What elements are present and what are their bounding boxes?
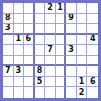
sudoku-cell-r8c1[interactable]: [3, 77, 14, 88]
cell-digit: 1: [16, 35, 22, 43]
sudoku-cell-r7c7[interactable]: [66, 66, 77, 77]
cell-digit: 3: [68, 46, 74, 54]
sudoku-cell-r1c8[interactable]: [77, 3, 88, 14]
sudoku-cell-r2c3[interactable]: [24, 14, 35, 25]
sudoku-cell-r5c7[interactable]: 3: [66, 45, 77, 56]
sudoku-cell-r7c9[interactable]: [87, 66, 98, 77]
sudoku-cell-r8c8[interactable]: 1: [77, 77, 88, 88]
sudoku-cell-r3c2[interactable]: [14, 24, 25, 35]
sudoku-board: 21893164737385162: [0, 0, 101, 101]
sudoku-cell-r3c1[interactable]: 3: [3, 24, 14, 35]
cell-digit: 2: [47, 4, 53, 12]
sudoku-cell-r6c1[interactable]: [3, 56, 14, 67]
sudoku-cell-r6c2[interactable]: [14, 56, 25, 67]
sudoku-cell-r8c3[interactable]: [24, 77, 35, 88]
sudoku-cell-r1c2[interactable]: [14, 3, 25, 14]
sudoku-cell-r1c4[interactable]: [35, 3, 46, 14]
sudoku-cell-r6c5[interactable]: [45, 56, 56, 67]
cell-digit: 9: [68, 14, 74, 22]
sudoku-cell-r9c8[interactable]: 2: [77, 87, 88, 98]
cell-digit: 5: [37, 78, 43, 86]
sudoku-cell-r4c4[interactable]: [35, 35, 46, 46]
sudoku-cell-r7c5[interactable]: [45, 66, 56, 77]
sudoku-cell-r8c6[interactable]: [56, 77, 67, 88]
sudoku-cell-r4c9[interactable]: 4: [87, 35, 98, 46]
sudoku-cell-r1c1[interactable]: [3, 3, 14, 14]
sudoku-cell-r2c9[interactable]: [87, 14, 98, 25]
sudoku-cell-r1c9[interactable]: [87, 3, 98, 14]
cell-digit: 6: [90, 78, 96, 86]
sudoku-cell-r7c3[interactable]: [24, 66, 35, 77]
cell-digit: 1: [57, 4, 63, 12]
sudoku-cell-r6c6[interactable]: [56, 56, 67, 67]
sudoku-cell-r8c9[interactable]: 6: [87, 77, 98, 88]
sudoku-cell-r4c6[interactable]: [56, 35, 67, 46]
sudoku-cell-r4c8[interactable]: [77, 35, 88, 46]
sudoku-cell-r2c1[interactable]: 8: [3, 14, 14, 25]
sudoku-cell-r5c8[interactable]: [77, 45, 88, 56]
cell-digit: 7: [47, 46, 53, 54]
sudoku-cell-r2c7[interactable]: 9: [66, 14, 77, 25]
sudoku-cell-r4c5[interactable]: [45, 35, 56, 46]
sudoku-cell-r8c4[interactable]: 5: [35, 77, 46, 88]
sudoku-cell-r8c5[interactable]: [45, 77, 56, 88]
cell-digit: 4: [90, 35, 96, 43]
sudoku-cell-r3c5[interactable]: [45, 24, 56, 35]
sudoku-cell-r5c5[interactable]: 7: [45, 45, 56, 56]
sudoku-cell-r1c7[interactable]: [66, 3, 77, 14]
sudoku-cell-r7c8[interactable]: [77, 66, 88, 77]
cell-digit: 3: [16, 67, 22, 75]
sudoku-cell-r5c6[interactable]: [56, 45, 67, 56]
sudoku-cell-r5c3[interactable]: [24, 45, 35, 56]
sudoku-cell-r9c4[interactable]: [35, 87, 46, 98]
sudoku-cell-r9c6[interactable]: [56, 87, 67, 98]
sudoku-cell-r1c6[interactable]: 1: [56, 3, 67, 14]
sudoku-cell-r3c4[interactable]: [35, 24, 46, 35]
sudoku-cell-r9c3[interactable]: [24, 87, 35, 98]
sudoku-cell-r4c2[interactable]: 1: [14, 35, 25, 46]
sudoku-cell-r7c1[interactable]: 7: [3, 66, 14, 77]
sudoku-cell-r2c5[interactable]: [45, 14, 56, 25]
sudoku-cell-r6c4[interactable]: [35, 56, 46, 67]
sudoku-cell-r6c3[interactable]: [24, 56, 35, 67]
sudoku-cell-r9c7[interactable]: [66, 87, 77, 98]
sudoku-cell-r4c3[interactable]: 6: [24, 35, 35, 46]
sudoku-cell-r4c1[interactable]: [3, 35, 14, 46]
cell-digit: 1: [79, 78, 85, 86]
sudoku-cell-r5c1[interactable]: [3, 45, 14, 56]
sudoku-cell-r9c1[interactable]: [3, 87, 14, 98]
sudoku-cell-r6c7[interactable]: [66, 56, 77, 67]
sudoku-cell-r9c5[interactable]: [45, 87, 56, 98]
sudoku-cell-r1c3[interactable]: [24, 3, 35, 14]
sudoku-cell-r2c4[interactable]: [35, 14, 46, 25]
sudoku-cell-r9c9[interactable]: [87, 87, 98, 98]
sudoku-cell-r3c8[interactable]: [77, 24, 88, 35]
sudoku-cell-r8c7[interactable]: [66, 77, 77, 88]
sudoku-cell-r2c8[interactable]: [77, 14, 88, 25]
sudoku-cell-r6c8[interactable]: [77, 56, 88, 67]
sudoku-cell-r8c2[interactable]: [14, 77, 25, 88]
sudoku-cell-r2c2[interactable]: [14, 14, 25, 25]
sudoku-cell-r7c4[interactable]: 8: [35, 66, 46, 77]
sudoku-cell-r5c9[interactable]: [87, 45, 98, 56]
sudoku-cell-r5c2[interactable]: [14, 45, 25, 56]
sudoku-cell-r7c6[interactable]: [56, 66, 67, 77]
cell-digit: 3: [5, 24, 11, 32]
sudoku-cell-r4c7[interactable]: [66, 35, 77, 46]
sudoku-cell-r5c4[interactable]: [35, 45, 46, 56]
sudoku-cell-r3c9[interactable]: [87, 24, 98, 35]
cell-digit: 7: [5, 67, 11, 75]
cell-digit: 6: [26, 35, 32, 43]
sudoku-cell-r3c7[interactable]: [66, 24, 77, 35]
cell-digit: 8: [5, 14, 11, 22]
sudoku-cell-r7c2[interactable]: 3: [14, 66, 25, 77]
cell-digit: 2: [79, 89, 85, 97]
sudoku-cell-r1c5[interactable]: 2: [45, 3, 56, 14]
sudoku-cell-r3c3[interactable]: [24, 24, 35, 35]
cell-digit: 8: [37, 67, 43, 75]
sudoku-cell-r6c9[interactable]: [87, 56, 98, 67]
sudoku-cell-r9c2[interactable]: [14, 87, 25, 98]
sudoku-cell-r2c6[interactable]: [56, 14, 67, 25]
sudoku-cell-r3c6[interactable]: [56, 24, 67, 35]
